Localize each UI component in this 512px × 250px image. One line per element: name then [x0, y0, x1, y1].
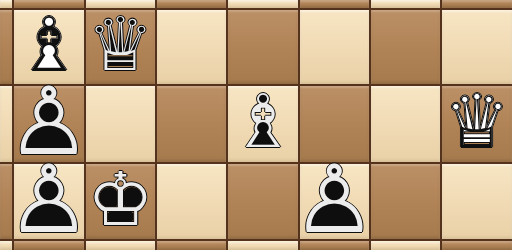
piece-white-queen[interactable]: ♛♕	[442, 86, 512, 162]
square-r4c4[interactable]	[228, 241, 298, 250]
square-r4c3[interactable]	[157, 241, 226, 250]
square-r3c5[interactable]: ♟♙	[300, 164, 369, 239]
square-r2c2[interactable]	[86, 86, 155, 162]
square-r1c6[interactable]	[371, 10, 440, 84]
piece-black-king[interactable]: ♚♔	[86, 164, 155, 239]
white-queen-outline: ♕	[444, 84, 510, 158]
square-r0c6[interactable]	[371, 0, 440, 8]
black-queen-outline: ♕	[87, 7, 153, 81]
square-r4c1[interactable]	[14, 241, 84, 250]
square-r4c7[interactable]	[442, 241, 512, 250]
square-r2c4[interactable]: ♝♗	[228, 86, 298, 162]
square-r2c7[interactable]: ♛♕	[442, 86, 512, 162]
square-r1c5[interactable]	[300, 10, 369, 84]
square-r2c6[interactable]	[371, 86, 440, 162]
square-r0c4[interactable]	[228, 0, 298, 8]
square-r3c1[interactable]: ♟♙	[14, 164, 84, 239]
square-r0c5[interactable]	[300, 0, 369, 8]
piece-black-bishop[interactable]: ♝♗	[228, 86, 298, 162]
black-pawn-outline: ♙	[7, 153, 91, 247]
piece-black-pawn[interactable]: ♟♙	[300, 164, 369, 239]
square-r3c6[interactable]	[371, 164, 440, 239]
square-r1c7[interactable]	[442, 10, 512, 84]
black-pawn-outline: ♙	[292, 153, 376, 247]
square-r4c6[interactable]	[371, 241, 440, 250]
chess-app-viewport: ♝♗♛♕♟♙♝♗♛♕♟♙♚♔♟♙	[0, 0, 512, 250]
square-r0c7[interactable]	[442, 0, 512, 8]
square-r4c2[interactable]	[86, 241, 155, 250]
square-r0c0[interactable]	[0, 0, 12, 8]
square-r1c4[interactable]	[228, 10, 298, 84]
black-king-outline: ♔	[87, 162, 153, 236]
black-bishop-outline: ♗	[230, 84, 296, 158]
square-r3c4[interactable]	[228, 164, 298, 239]
square-r2c3[interactable]	[157, 86, 226, 162]
square-r4c5[interactable]	[300, 241, 369, 250]
square-r3c7[interactable]	[442, 164, 512, 239]
piece-black-queen[interactable]: ♛♕	[86, 10, 155, 84]
square-r1c3[interactable]	[157, 10, 226, 84]
square-r1c2[interactable]: ♛♕	[86, 10, 155, 84]
square-r3c2[interactable]: ♚♔	[86, 164, 155, 239]
chess-board: ♝♗♛♕♟♙♝♗♛♕♟♙♚♔♟♙	[0, 0, 512, 250]
square-r0c3[interactable]	[157, 0, 226, 8]
piece-black-pawn[interactable]: ♟♙	[14, 164, 84, 239]
square-r3c3[interactable]	[157, 164, 226, 239]
square-r4c0[interactable]	[0, 241, 12, 250]
